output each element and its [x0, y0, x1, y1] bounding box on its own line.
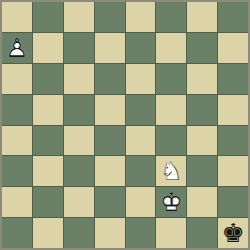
white-pawn[interactable]: ♟♙ [2, 33, 32, 63]
square-c8[interactable] [64, 2, 94, 32]
square-d1[interactable] [95, 218, 125, 248]
white-knight[interactable]: ♞♘ [156, 156, 186, 186]
square-f1[interactable] [156, 218, 186, 248]
square-a2[interactable] [2, 187, 32, 217]
square-c1[interactable] [64, 218, 94, 248]
square-b2[interactable] [33, 187, 63, 217]
square-f7[interactable] [156, 33, 186, 63]
square-f8[interactable] [156, 2, 186, 32]
square-b6[interactable] [33, 64, 63, 94]
square-b3[interactable] [33, 156, 63, 186]
square-b7[interactable] [33, 33, 63, 63]
square-e5[interactable] [126, 95, 156, 125]
square-d5[interactable] [95, 95, 125, 125]
square-d6[interactable] [95, 64, 125, 94]
square-g2[interactable] [187, 187, 217, 217]
square-h1[interactable]: ♚ [218, 218, 248, 248]
square-h6[interactable] [218, 64, 248, 94]
square-d4[interactable] [95, 126, 125, 156]
square-d3[interactable] [95, 156, 125, 186]
square-b8[interactable] [33, 2, 63, 32]
square-d7[interactable] [95, 33, 125, 63]
square-g7[interactable] [187, 33, 217, 63]
square-b5[interactable] [33, 95, 63, 125]
square-g3[interactable] [187, 156, 217, 186]
white-king[interactable]: ♚♔ [156, 187, 186, 217]
square-h2[interactable] [218, 187, 248, 217]
square-f6[interactable] [156, 64, 186, 94]
piece-glyph-outline: ♔ [156, 187, 186, 217]
square-c6[interactable] [64, 64, 94, 94]
square-h5[interactable] [218, 95, 248, 125]
square-d2[interactable] [95, 187, 125, 217]
square-f3[interactable]: ♞♘ [156, 156, 186, 186]
square-h8[interactable] [218, 2, 248, 32]
square-e1[interactable] [126, 218, 156, 248]
square-e2[interactable] [126, 187, 156, 217]
square-a6[interactable] [2, 64, 32, 94]
square-f2[interactable]: ♚♔ [156, 187, 186, 217]
square-a5[interactable] [2, 95, 32, 125]
square-a8[interactable] [2, 2, 32, 32]
square-c2[interactable] [64, 187, 94, 217]
square-g6[interactable] [187, 64, 217, 94]
square-e3[interactable] [126, 156, 156, 186]
square-a4[interactable] [2, 126, 32, 156]
square-f5[interactable] [156, 95, 186, 125]
chess-board: ♟♙♞♘♚♔♚ [0, 0, 250, 250]
square-c7[interactable] [64, 33, 94, 63]
black-king[interactable]: ♚ [218, 218, 248, 248]
square-g8[interactable] [187, 2, 217, 32]
square-a1[interactable] [2, 218, 32, 248]
square-h7[interactable] [218, 33, 248, 63]
square-d8[interactable] [95, 2, 125, 32]
square-a3[interactable] [2, 156, 32, 186]
square-c5[interactable] [64, 95, 94, 125]
square-c3[interactable] [64, 156, 94, 186]
square-e8[interactable] [126, 2, 156, 32]
square-h4[interactable] [218, 126, 248, 156]
square-a7[interactable]: ♟♙ [2, 33, 32, 63]
square-g1[interactable] [187, 218, 217, 248]
piece-glyph-fill: ♚ [218, 218, 248, 248]
square-h3[interactable] [218, 156, 248, 186]
square-g5[interactable] [187, 95, 217, 125]
piece-glyph-outline: ♘ [156, 156, 186, 186]
piece-glyph-outline: ♙ [2, 33, 32, 63]
square-g4[interactable] [187, 126, 217, 156]
square-e7[interactable] [126, 33, 156, 63]
square-b4[interactable] [33, 126, 63, 156]
square-e4[interactable] [126, 126, 156, 156]
square-b1[interactable] [33, 218, 63, 248]
square-c4[interactable] [64, 126, 94, 156]
square-e6[interactable] [126, 64, 156, 94]
square-f4[interactable] [156, 126, 186, 156]
